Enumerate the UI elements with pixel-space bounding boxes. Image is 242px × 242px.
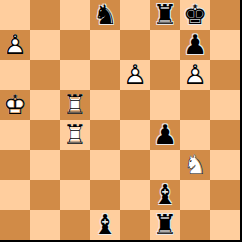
piece-white-pawn[interactable]: ♙ [120, 60, 150, 90]
square-g1[interactable] [180, 210, 210, 240]
square-c5[interactable]: ♜♖ [60, 90, 90, 120]
square-b5[interactable] [30, 90, 60, 120]
square-a8[interactable] [0, 0, 30, 30]
square-h7[interactable] [210, 30, 240, 60]
square-d8[interactable]: ♞ [90, 0, 120, 30]
square-h8[interactable] [210, 0, 240, 30]
square-h6[interactable] [210, 60, 240, 90]
square-e5[interactable] [120, 90, 150, 120]
screenshot-stage: ♞♜♚♟♙♟♟♙♟♙♚♔♜♖♜♖♟♞♘♝♝♜ [0, 0, 242, 242]
square-e4[interactable] [120, 120, 150, 150]
square-c8[interactable] [60, 0, 90, 30]
square-b4[interactable] [30, 120, 60, 150]
square-d2[interactable] [90, 180, 120, 210]
piece-white-knight-fill: ♞ [180, 150, 210, 180]
piece-white-rook-fill: ♜ [60, 120, 90, 150]
square-g7[interactable]: ♟ [180, 30, 210, 60]
square-a3[interactable] [0, 150, 30, 180]
square-h2[interactable] [210, 180, 240, 210]
piece-black-king[interactable]: ♚ [180, 0, 210, 30]
square-c1[interactable] [60, 210, 90, 240]
square-h3[interactable] [210, 150, 240, 180]
piece-white-pawn-fill: ♟ [0, 30, 30, 60]
square-f1[interactable]: ♜ [150, 210, 180, 240]
square-f7[interactable] [150, 30, 180, 60]
piece-white-rook[interactable]: ♖ [60, 90, 90, 120]
square-a7[interactable]: ♟♙ [0, 30, 30, 60]
piece-black-pawn[interactable]: ♟ [150, 120, 180, 150]
square-c6[interactable] [60, 60, 90, 90]
square-d5[interactable] [90, 90, 120, 120]
square-d6[interactable] [90, 60, 120, 90]
square-g3[interactable]: ♞♘ [180, 150, 210, 180]
square-e3[interactable] [120, 150, 150, 180]
square-a1[interactable] [0, 210, 30, 240]
square-c7[interactable] [60, 30, 90, 60]
square-f2[interactable]: ♝ [150, 180, 180, 210]
square-g6[interactable]: ♟♙ [180, 60, 210, 90]
square-e8[interactable] [120, 0, 150, 30]
square-d4[interactable] [90, 120, 120, 150]
square-g2[interactable] [180, 180, 210, 210]
square-g4[interactable] [180, 120, 210, 150]
piece-black-bishop[interactable]: ♝ [90, 210, 120, 240]
square-b8[interactable] [30, 0, 60, 30]
piece-white-king[interactable]: ♔ [0, 90, 30, 120]
square-b6[interactable] [30, 60, 60, 90]
piece-black-pawn[interactable]: ♟ [180, 30, 210, 60]
square-f4[interactable]: ♟ [150, 120, 180, 150]
square-e2[interactable] [120, 180, 150, 210]
square-d3[interactable] [90, 150, 120, 180]
piece-black-bishop[interactable]: ♝ [150, 180, 180, 210]
square-a2[interactable] [0, 180, 30, 210]
piece-white-rook[interactable]: ♖ [60, 120, 90, 150]
square-b1[interactable] [30, 210, 60, 240]
square-d7[interactable] [90, 30, 120, 60]
square-b7[interactable] [30, 30, 60, 60]
square-h5[interactable] [210, 90, 240, 120]
square-f5[interactable] [150, 90, 180, 120]
square-h4[interactable] [210, 120, 240, 150]
square-e7[interactable] [120, 30, 150, 60]
piece-white-rook-fill: ♜ [60, 90, 90, 120]
piece-white-pawn[interactable]: ♙ [0, 30, 30, 60]
piece-black-rook[interactable]: ♜ [150, 210, 180, 240]
square-c4[interactable]: ♜♖ [60, 120, 90, 150]
piece-white-pawn-fill: ♟ [120, 60, 150, 90]
square-d1[interactable]: ♝ [90, 210, 120, 240]
square-e1[interactable] [120, 210, 150, 240]
square-a5[interactable]: ♚♔ [0, 90, 30, 120]
piece-white-king-fill: ♚ [0, 90, 30, 120]
piece-white-pawn[interactable]: ♙ [180, 60, 210, 90]
square-b3[interactable] [30, 150, 60, 180]
square-g8[interactable]: ♚ [180, 0, 210, 30]
square-f8[interactable]: ♜ [150, 0, 180, 30]
square-e6[interactable]: ♟♙ [120, 60, 150, 90]
square-b2[interactable] [30, 180, 60, 210]
square-a4[interactable] [0, 120, 30, 150]
square-c2[interactable] [60, 180, 90, 210]
piece-white-pawn-fill: ♟ [180, 60, 210, 90]
square-a6[interactable] [0, 60, 30, 90]
piece-black-rook[interactable]: ♜ [150, 0, 180, 30]
piece-black-knight[interactable]: ♞ [90, 0, 120, 30]
square-f3[interactable] [150, 150, 180, 180]
square-c3[interactable] [60, 150, 90, 180]
square-g5[interactable] [180, 90, 210, 120]
square-f6[interactable] [150, 60, 180, 90]
square-h1[interactable] [210, 210, 240, 240]
chess-board: ♞♜♚♟♙♟♟♙♟♙♚♔♜♖♜♖♟♞♘♝♝♜ [0, 0, 242, 242]
piece-white-knight[interactable]: ♘ [180, 150, 210, 180]
